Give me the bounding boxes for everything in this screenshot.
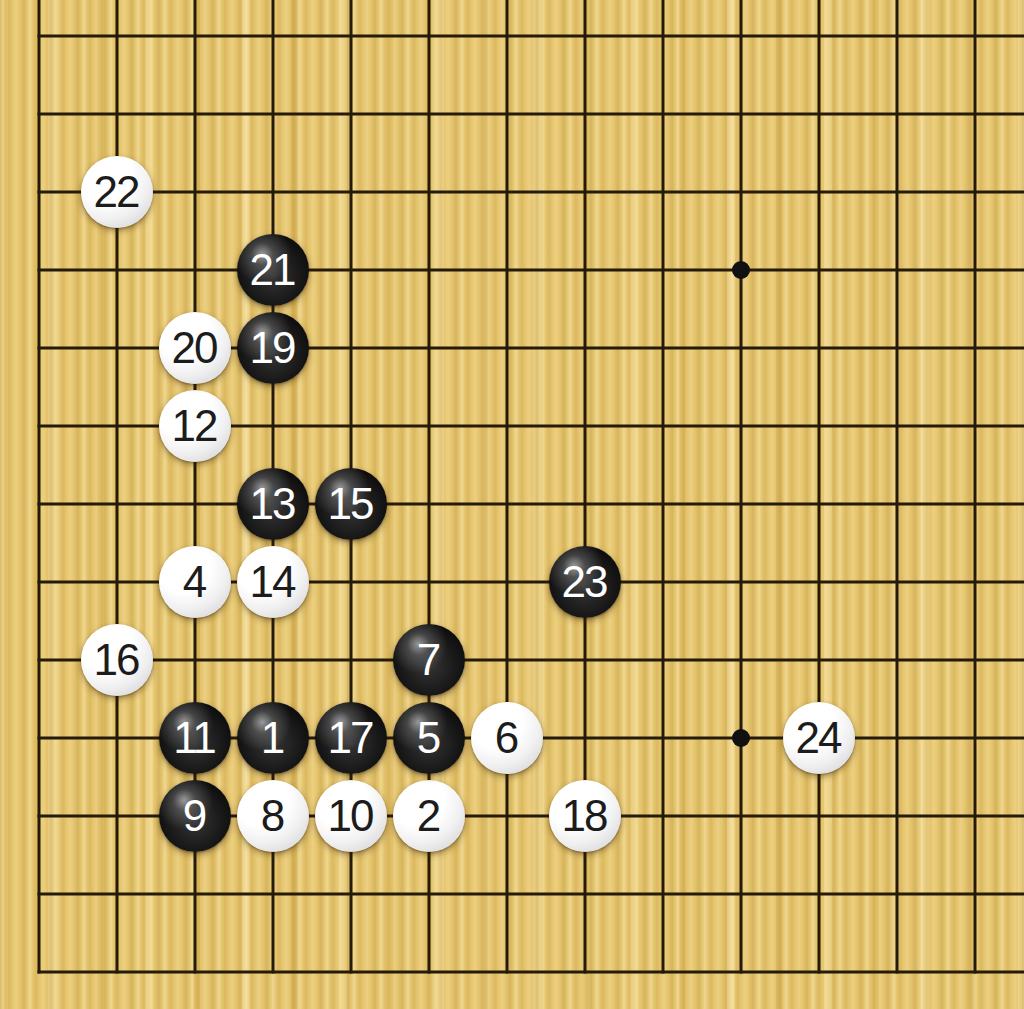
move-number: 7	[417, 638, 439, 682]
stone-black-E4-move-17: 17	[315, 702, 387, 774]
stone-black-D9-move-19: 19	[237, 312, 309, 384]
stone-white-B5-move-16: 16	[81, 624, 153, 696]
move-number: 19	[250, 326, 295, 370]
stone-black-H6-move-23: 23	[549, 546, 621, 618]
move-number: 9	[183, 794, 205, 838]
move-number: 17	[328, 716, 373, 760]
stones-layer: 12456789101112131415161718192021222324	[0, 0, 1014, 1009]
stone-white-D6-move-14: 14	[237, 546, 309, 618]
stone-white-B11-move-22: 22	[81, 156, 153, 228]
move-number: 2	[417, 794, 439, 838]
move-number: 18	[562, 794, 607, 838]
move-number: 6	[495, 716, 517, 760]
go-board: 12456789101112131415161718192021222324	[0, 0, 1024, 1009]
stone-black-E7-move-15: 15	[315, 468, 387, 540]
stone-black-C3-move-9: 9	[159, 780, 231, 852]
move-number: 14	[250, 560, 295, 604]
move-number: 24	[796, 716, 841, 760]
stone-white-F3-move-2: 2	[393, 780, 465, 852]
move-number: 10	[328, 794, 373, 838]
move-number: 21	[250, 248, 295, 292]
stone-black-F4-move-5: 5	[393, 702, 465, 774]
move-number: 15	[328, 482, 373, 526]
move-number: 4	[183, 560, 205, 604]
move-number: 5	[417, 716, 439, 760]
stone-black-D7-move-13: 13	[237, 468, 309, 540]
stone-white-D3-move-8: 8	[237, 780, 309, 852]
stone-white-C8-move-12: 12	[159, 390, 231, 462]
stone-black-F5-move-7: 7	[393, 624, 465, 696]
move-number: 12	[172, 404, 217, 448]
move-number: 23	[562, 560, 607, 604]
stone-white-G4-move-6: 6	[471, 702, 543, 774]
stone-black-D10-move-21: 21	[237, 234, 309, 306]
go-board-screenshot: 12456789101112131415161718192021222324	[0, 0, 1024, 1009]
move-number: 20	[172, 326, 217, 370]
move-number: 13	[250, 482, 295, 526]
move-number: 1	[261, 716, 283, 760]
stone-white-H3-move-18: 18	[549, 780, 621, 852]
stone-black-D4-move-1: 1	[237, 702, 309, 774]
move-number: 16	[94, 638, 139, 682]
stone-black-C4-move-11: 11	[159, 702, 231, 774]
move-number: 22	[94, 170, 139, 214]
stone-white-E3-move-10: 10	[315, 780, 387, 852]
stone-white-C6-move-4: 4	[159, 546, 231, 618]
stone-white-C9-move-20: 20	[159, 312, 231, 384]
move-number: 11	[173, 716, 215, 760]
stone-white-L4-move-24: 24	[783, 702, 855, 774]
move-number: 8	[261, 794, 283, 838]
